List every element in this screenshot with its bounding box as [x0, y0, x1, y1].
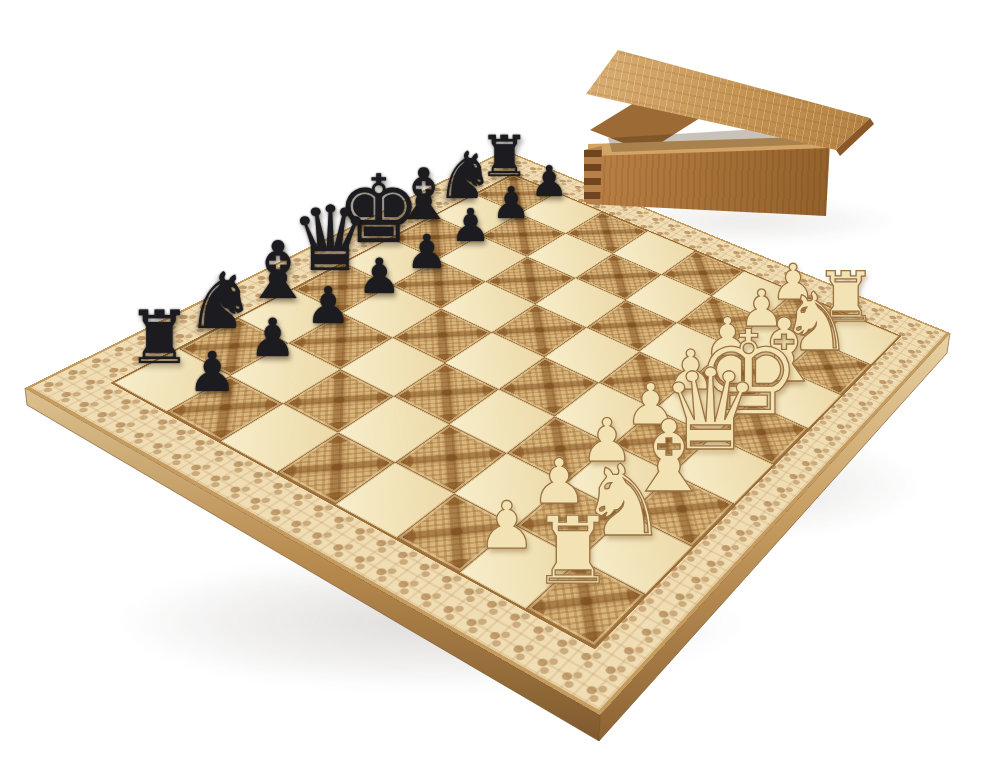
- wooden-box: [578, 38, 888, 238]
- photo-stage: Angled product photo of a carved wooden …: [0, 0, 1000, 765]
